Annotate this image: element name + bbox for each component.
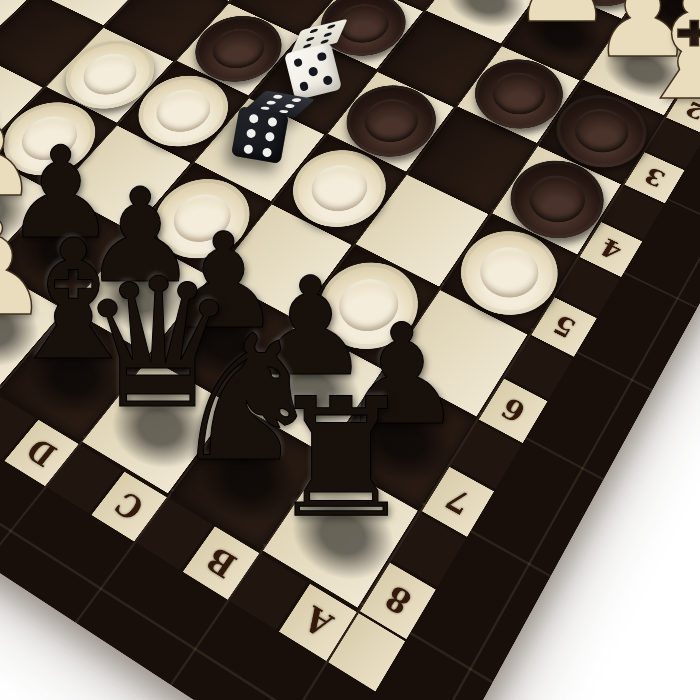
- rank-label-8-text: 8: [378, 578, 417, 623]
- file-label-b-text: B: [199, 540, 243, 586]
- rank-label-3-text: 3: [639, 163, 669, 193]
- rank-label-7-text: 7: [439, 481, 476, 522]
- rank-label-6-text: 6: [496, 392, 531, 430]
- board-photo-stage: A8B7C6D5E4F3G2H1 ♜♞♛♝♟♟♟♟♟♟♟♟♟♟♞♝: [0, 0, 700, 700]
- rank-label-2-text: 2: [681, 97, 700, 125]
- file-label-d-text: D: [20, 432, 64, 474]
- rank-label-4-text: 4: [595, 233, 627, 265]
- file-label-c-text: C: [108, 485, 151, 528]
- file-label-a-text: A: [297, 599, 340, 646]
- rank-label-5-text: 5: [547, 309, 580, 344]
- wooden-chessboard: A8B7C6D5E4F3G2H1: [0, 0, 700, 700]
